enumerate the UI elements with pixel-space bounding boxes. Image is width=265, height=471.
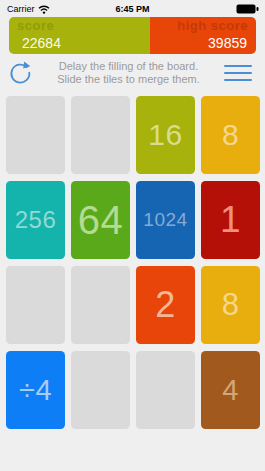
tile-1-r1c3[interactable]: 1 — [201, 181, 260, 259]
instruction-text: Delay the filling of the board. Slide th… — [40, 60, 217, 86]
tile-4-r3c3[interactable]: 4 — [201, 351, 260, 429]
toolbar: Delay the filling of the board. Slide th… — [0, 56, 265, 94]
clock-label: 6:45 PM — [0, 4, 265, 14]
hamburger-icon — [224, 65, 252, 67]
tile-64-r1c1[interactable]: 64 — [71, 181, 130, 259]
empty-cell-r2c1 — [71, 266, 130, 344]
score-value: 22684 — [22, 35, 61, 51]
empty-cell-r0c1 — [71, 96, 130, 174]
scoreboard: score 22684 high score 39859 — [9, 17, 256, 54]
refresh-icon — [8, 59, 34, 85]
instruction-line-2: Slide the tiles to merge them. — [40, 73, 217, 86]
tile-1024-r1c2[interactable]: 1024 — [136, 181, 195, 259]
high-score-label: high score — [177, 18, 248, 33]
empty-cell-r3c1 — [71, 351, 130, 429]
tile-2-r2c2[interactable]: 2 — [136, 266, 195, 344]
tile-16-r0c2[interactable]: 16 — [136, 96, 195, 174]
tile-÷4-r3c0[interactable]: ÷4 — [6, 351, 65, 429]
battery-icon — [236, 4, 259, 14]
empty-cell-r2c0 — [6, 266, 65, 344]
empty-cell-r3c2 — [136, 351, 195, 429]
score-panel: score 22684 — [9, 17, 150, 54]
high-score-value: 39859 — [208, 35, 247, 51]
high-score-panel: high score 39859 — [150, 17, 256, 54]
tile-256-r1c0[interactable]: 256 — [6, 181, 65, 259]
empty-cell-r0c0 — [6, 96, 65, 174]
tile-8-r0c3[interactable]: 8 — [201, 96, 260, 174]
app-background: { "app": { "background": "#efeff0" }, "s… — [0, 0, 265, 471]
menu-button[interactable] — [224, 65, 252, 83]
board[interactable]: 168256641024128÷44 — [6, 96, 260, 429]
status-bar: Carrier 6:45 PM — [0, 0, 265, 18]
score-label: score — [17, 18, 54, 33]
instruction-line-1: Delay the filling of the board. — [40, 60, 217, 73]
restart-button[interactable] — [8, 59, 34, 85]
tile-8-r2c3[interactable]: 8 — [201, 266, 260, 344]
